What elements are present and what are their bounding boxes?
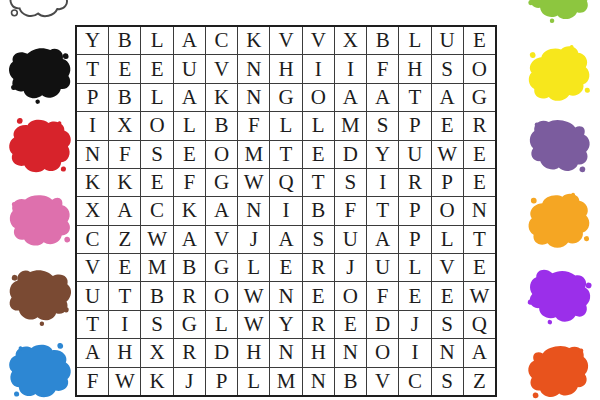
grid-cell[interactable]: U [77,282,108,309]
grid-cell[interactable]: E [109,254,140,281]
grid-cell[interactable]: E [464,141,495,168]
grid-cell[interactable]: M [270,368,301,395]
grid-cell[interactable]: B [109,27,140,54]
grid-cell[interactable]: E [464,169,495,196]
grid-cell[interactable]: L [432,226,463,253]
grid-cell[interactable]: T [77,311,108,338]
grid-cell[interactable]: A [174,84,205,111]
grid-cell[interactable]: P [77,84,108,111]
grid-cell[interactable]: K [238,27,269,54]
grid-cell[interactable]: R [399,169,430,196]
grid-cell[interactable]: U [335,226,366,253]
grid-cell[interactable]: Y [270,311,301,338]
grid-cell[interactable]: W [109,368,140,395]
grid-cell[interactable]: S [141,141,172,168]
grid-cell[interactable]: M [238,141,269,168]
grid-cell[interactable]: L [238,254,269,281]
paint-splat-red [8,118,72,176]
grid-cell[interactable]: B [109,84,140,111]
grid-cell[interactable]: Y [367,141,398,168]
grid-cell[interactable]: S [432,368,463,395]
paint-splat-white [8,0,72,22]
paint-splat-green [527,0,591,24]
grid-cell[interactable]: H [399,55,430,82]
grid-cell[interactable]: E [141,169,172,196]
grid-cell[interactable]: E [432,112,463,139]
grid-cell[interactable]: S [367,112,398,139]
grid-cell[interactable]: A [109,197,140,224]
grid-cell[interactable]: O [303,84,334,111]
grid-cell[interactable]: E [432,282,463,309]
grid-cell[interactable]: S [432,311,463,338]
grid-cell[interactable]: F [238,112,269,139]
grid-cell[interactable]: G [464,84,495,111]
grid-cell[interactable]: S [432,55,463,82]
grid-cell[interactable]: B [174,254,205,281]
grid-cell[interactable]: E [464,254,495,281]
grid-cell[interactable]: T [303,169,334,196]
paint-splat-gold [527,193,591,251]
grid-cell[interactable]: Q [270,169,301,196]
grid-cell[interactable]: A [174,226,205,253]
grid-cell[interactable]: O [335,282,366,309]
grid-cell[interactable]: G [206,169,237,196]
grid-cell[interactable]: L [399,254,430,281]
grid-cell[interactable]: T [270,141,301,168]
grid-cell[interactable]: W [238,282,269,309]
grid-cell[interactable]: T [399,84,430,111]
grid-cell[interactable]: A [174,27,205,54]
grid-cell[interactable]: E [174,141,205,168]
paint-splat-purple [527,118,591,176]
grid-cell[interactable]: A [367,226,398,253]
grid-cell[interactable]: F [367,282,398,309]
grid-cell[interactable]: S [303,226,334,253]
grid-cell[interactable]: U [367,254,398,281]
grid-cell[interactable]: P [206,368,237,395]
grid-cell[interactable]: W [464,282,495,309]
grid-cell[interactable]: O [464,55,495,82]
paint-splat-black [8,46,72,104]
grid-cell[interactable]: P [399,197,430,224]
grid-cell[interactable]: N [238,197,269,224]
grid-cell[interactable]: V [303,27,334,54]
paint-splat-blue [8,343,72,400]
grid-cell[interactable]: U [432,27,463,54]
grid-cell[interactable]: L [206,311,237,338]
grid-cell[interactable]: U [399,141,430,168]
grid-cell[interactable]: K [206,84,237,111]
grid-cell[interactable]: V [367,368,398,395]
grid-cell[interactable]: N [77,141,108,168]
grid-cell[interactable]: P [399,112,430,139]
grid-cell[interactable]: O [367,339,398,366]
grid-cell[interactable]: A [206,197,237,224]
grid-cell[interactable]: B [206,112,237,139]
grid-cell[interactable]: E [270,254,301,281]
grid-cell[interactable]: A [77,339,108,366]
grid-cell[interactable]: F [174,169,205,196]
grid-cell[interactable]: W [238,311,269,338]
grid-cell[interactable]: A [367,84,398,111]
grid-cell[interactable]: C [206,27,237,54]
word-search-worksheet: YBLACKVVXBLUETEEUVNHIIFHSOPBLAKNGOAATAGI… [0,0,600,400]
grid-cell[interactable]: F [335,197,366,224]
grid-cell[interactable]: J [238,226,269,253]
grid-cell[interactable]: D [206,339,237,366]
grid-cell[interactable]: C [77,226,108,253]
paint-splat-brown [8,268,72,326]
grid-cell[interactable]: T [109,282,140,309]
grid-cell[interactable]: O [432,197,463,224]
grid-cell[interactable]: J [174,368,205,395]
paint-splat-violet [527,268,591,326]
grid-cell[interactable]: I [270,197,301,224]
grid-cell[interactable]: C [399,368,430,395]
grid-cell[interactable]: U [174,55,205,82]
grid-cell[interactable]: P [432,169,463,196]
word-search-grid: YBLACKVVXBLUETEEUVNHIIFHSOPBLAKNGOAATAGI… [75,25,497,397]
grid-cell[interactable]: N [238,55,269,82]
grid-cell[interactable]: E [303,141,334,168]
grid-cell[interactable]: L [141,27,172,54]
grid-cell[interactable]: H [109,339,140,366]
grid-cell[interactable]: E [141,55,172,82]
grid-cell[interactable]: Y [77,27,108,54]
grid-cell[interactable]: T [367,197,398,224]
grid-cell[interactable]: L [270,112,301,139]
grid-cell[interactable]: H [238,339,269,366]
grid-cell[interactable]: V [77,254,108,281]
grid-cell[interactable]: A [335,84,366,111]
grid-cell[interactable]: B [303,197,334,224]
grid-cell[interactable]: C [141,197,172,224]
grid-cell[interactable]: V [432,254,463,281]
grid-cell[interactable]: K [77,169,108,196]
grid-cell[interactable]: A [464,339,495,366]
grid-cell[interactable]: R [174,339,205,366]
grid-cell[interactable]: Z [109,226,140,253]
grid-cell[interactable]: O [206,141,237,168]
grid-cell[interactable]: F [367,55,398,82]
grid-cell[interactable]: I [109,311,140,338]
grid-cell[interactable]: X [141,339,172,366]
grid-cell[interactable]: N [464,197,495,224]
grid-cell[interactable]: S [335,169,366,196]
grid-cell[interactable]: X [77,197,108,224]
grid-cell[interactable]: G [206,254,237,281]
grid-cell[interactable]: Q [464,311,495,338]
grid-cell[interactable]: V [206,55,237,82]
grid-cell[interactable]: N [303,368,334,395]
grid-cell[interactable]: M [335,112,366,139]
grid-cell[interactable]: L [141,84,172,111]
grid-cell[interactable]: J [335,254,366,281]
grid-cell[interactable]: I [77,112,108,139]
grid-cell[interactable]: I [335,55,366,82]
grid-cell[interactable]: R [464,112,495,139]
grid-cell[interactable]: B [367,27,398,54]
grid-cell[interactable]: W [141,226,172,253]
grid-cell[interactable]: T [464,226,495,253]
grid-cell[interactable]: B [141,282,172,309]
grid-cell[interactable]: N [270,282,301,309]
grid-cell[interactable]: I [399,339,430,366]
grid-cell[interactable]: K [109,169,140,196]
grid-cell[interactable]: R [303,311,334,338]
grid-cell[interactable]: E [303,282,334,309]
grid-cell[interactable]: E [464,27,495,54]
grid-cell[interactable]: P [399,226,430,253]
grid-cell[interactable]: E [399,282,430,309]
grid-cell[interactable]: W [238,169,269,196]
grid-cell[interactable]: G [270,84,301,111]
grid-cell[interactable]: N [335,339,366,366]
grid-cell[interactable]: W [432,141,463,168]
paint-splat-pink [8,193,72,251]
grid-cell[interactable]: N [270,339,301,366]
grid-cell[interactable]: S [141,311,172,338]
grid-cell[interactable]: O [206,282,237,309]
grid-cell[interactable]: R [303,254,334,281]
grid-cell[interactable]: N [432,339,463,366]
grid-cell[interactable]: X [335,27,366,54]
grid-cell[interactable]: J [399,311,430,338]
grid-cell[interactable]: K [141,368,172,395]
grid-cell[interactable]: T [77,55,108,82]
grid-cell[interactable]: F [77,368,108,395]
paint-splat-orange [527,344,591,400]
grid-cell[interactable]: H [270,55,301,82]
grid-cell[interactable]: F [109,141,140,168]
paint-splat-yellow [527,46,591,104]
grid-cell[interactable]: E [335,311,366,338]
grid-cell[interactable]: D [367,311,398,338]
grid-cell[interactable]: N [238,84,269,111]
grid-cell[interactable]: E [109,55,140,82]
grid-cell[interactable]: I [303,55,334,82]
grid-cell[interactable]: O [141,112,172,139]
grid-cell[interactable]: A [432,84,463,111]
grid-cell[interactable]: M [141,254,172,281]
grid-cell[interactable]: X [109,112,140,139]
grid-cell[interactable]: I [367,169,398,196]
grid-cell[interactable]: L [238,368,269,395]
grid-cell[interactable]: A [270,226,301,253]
grid-cell[interactable]: V [206,226,237,253]
grid-cell[interactable]: G [174,311,205,338]
grid-cell[interactable]: L [174,112,205,139]
grid-cell[interactable]: H [303,339,334,366]
grid-cell[interactable]: D [335,141,366,168]
grid-cell[interactable]: R [174,282,205,309]
grid-cell[interactable]: B [335,368,366,395]
grid-cell[interactable]: L [303,112,334,139]
grid-cell[interactable]: L [399,27,430,54]
grid-cell[interactable]: K [174,197,205,224]
grid-cell[interactable]: Z [464,368,495,395]
grid-cell[interactable]: V [270,27,301,54]
